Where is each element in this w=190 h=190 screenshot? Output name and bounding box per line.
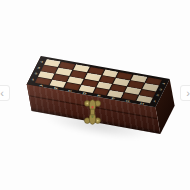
carousel-prev-button[interactable]: ‹ bbox=[0, 85, 10, 101]
product-photo-chess-box: ‹ › ABCDEFGH 4321 4321 bbox=[0, 0, 190, 190]
carousel-next-button[interactable]: › bbox=[180, 85, 190, 101]
brass-clasp-icon bbox=[83, 97, 102, 127]
